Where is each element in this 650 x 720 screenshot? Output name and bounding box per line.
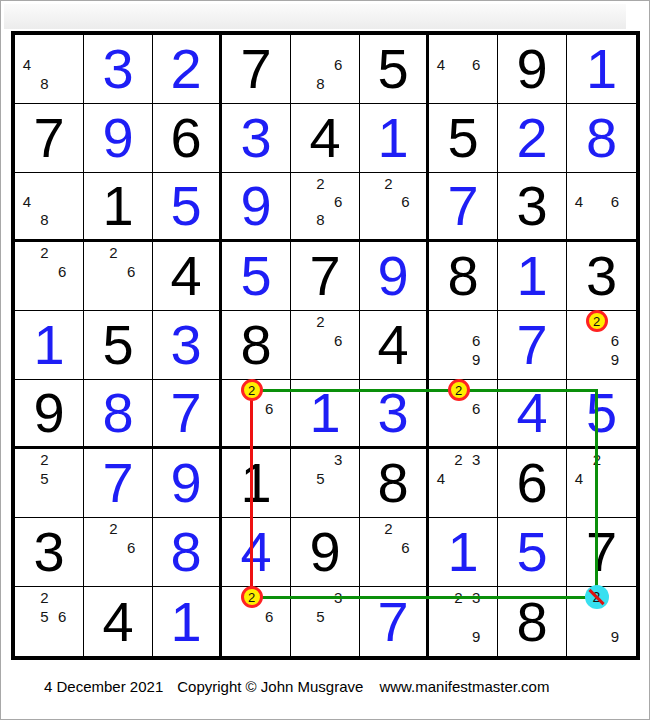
candidate-digit-6: 6 xyxy=(329,55,347,74)
candidates-r7c9: 24 xyxy=(567,449,636,517)
solved-digit: 5 xyxy=(498,518,566,586)
cell-r2c2[interactable]: 9 xyxy=(84,104,153,173)
chain-node-digit: 2 xyxy=(455,384,462,397)
cell-r4c5[interactable]: 7 xyxy=(291,242,360,311)
cell-r7c2[interactable]: 7 xyxy=(84,449,153,518)
puzzle-page: 4832768546917963415284815926826734626264… xyxy=(0,0,650,720)
cell-r5c4[interactable]: 8 xyxy=(222,311,291,380)
solved-digit: 8 xyxy=(153,518,219,586)
solved-digit: 1 xyxy=(15,311,83,379)
cell-r4c8[interactable]: 1 xyxy=(498,242,567,311)
given-digit: 1 xyxy=(84,173,152,239)
cell-r5c2[interactable]: 5 xyxy=(84,311,153,380)
chain-elimination-circle-r9c9: 2 xyxy=(585,585,609,609)
candidate-digit-6: 6 xyxy=(397,192,414,210)
candidate-digit-2: 2 xyxy=(380,519,397,538)
candidate-digit-6: 6 xyxy=(260,399,278,417)
cell-r8c9[interactable]: 7 xyxy=(567,518,636,587)
candidate-digit-4: 4 xyxy=(570,469,588,488)
candidates-r7c1: 25 xyxy=(15,449,83,517)
cell-r3c6[interactable]: 26 xyxy=(360,173,429,242)
footer: 4 December 2021 Copyright © John Musgrav… xyxy=(44,678,549,695)
candidate-digit-6: 6 xyxy=(122,538,140,557)
candidate-digit-4: 4 xyxy=(432,55,450,74)
given-digit: 3 xyxy=(15,518,83,586)
candidates-r7c7: 234 xyxy=(429,449,497,517)
given-digit: 4 xyxy=(291,104,359,172)
solved-digit: 5 xyxy=(153,173,219,239)
cell-r3c7[interactable]: 7 xyxy=(429,173,498,242)
cell-r7c1[interactable]: 25 xyxy=(15,449,84,518)
cell-r4c1[interactable]: 26 xyxy=(15,242,84,311)
cell-r8c6[interactable]: 26 xyxy=(360,518,429,587)
cell-r2c1[interactable]: 7 xyxy=(15,104,84,173)
candidate-digit-3: 3 xyxy=(329,450,347,469)
candidate-digit-8: 8 xyxy=(312,74,330,93)
cell-r7c5[interactable]: 35 xyxy=(291,449,360,518)
cell-r5c5[interactable]: 26 xyxy=(291,311,360,380)
given-digit: 7 xyxy=(291,242,359,310)
given-digit: 1 xyxy=(222,449,290,517)
candidate-digit-6: 6 xyxy=(122,262,140,281)
candidate-digit-2: 2 xyxy=(36,588,54,607)
given-digit: 9 xyxy=(498,35,566,103)
solved-digit: 9 xyxy=(360,242,426,310)
cell-r3c2[interactable]: 1 xyxy=(84,173,153,242)
candidate-digit-4: 4 xyxy=(18,192,36,210)
candidates-r3c5: 268 xyxy=(291,173,359,239)
footer-website: www.manifestmaster.com xyxy=(379,678,549,695)
candidates-r4c2: 26 xyxy=(84,242,152,310)
solved-digit: 7 xyxy=(84,449,152,517)
candidates-r4c1: 26 xyxy=(15,242,83,310)
candidate-digit-4: 4 xyxy=(432,469,450,488)
cell-r8c1[interactable]: 3 xyxy=(15,518,84,587)
cell-r5c3[interactable]: 3 xyxy=(153,311,222,380)
solved-digit: 1 xyxy=(498,242,566,310)
cell-r9c3[interactable]: 1 xyxy=(153,587,222,656)
sudoku-board: 4832768546917963415284815926826734626264… xyxy=(11,31,640,660)
solved-digit: 7 xyxy=(498,311,566,379)
candidates-r8c6: 26 xyxy=(360,518,426,586)
candidate-digit-2: 2 xyxy=(105,519,123,538)
cell-r5c1[interactable]: 1 xyxy=(15,311,84,380)
candidate-digit-2: 2 xyxy=(36,243,54,262)
given-digit: 9 xyxy=(291,518,359,586)
candidates-r5c5: 26 xyxy=(291,311,359,379)
chain-line-green xyxy=(595,389,598,599)
solved-digit: 8 xyxy=(84,380,152,446)
candidate-digit-6: 6 xyxy=(467,55,485,74)
candidate-digit-2: 2 xyxy=(380,174,397,192)
cell-r3c9[interactable]: 46 xyxy=(567,173,636,242)
solved-digit: 1 xyxy=(567,35,636,103)
cell-r9c2[interactable]: 4 xyxy=(84,587,153,656)
given-digit: 8 xyxy=(360,449,426,517)
given-digit: 6 xyxy=(153,104,219,172)
footer-date: 4 December 2021 xyxy=(44,678,163,695)
candidates-r1c7: 46 xyxy=(429,35,497,103)
cell-r2c8[interactable]: 2 xyxy=(498,104,567,173)
candidate-digit-4: 4 xyxy=(18,55,36,74)
cell-r3c8[interactable]: 3 xyxy=(498,173,567,242)
given-digit: 7 xyxy=(15,104,83,172)
given-digit: 5 xyxy=(360,35,426,103)
cell-r1c4[interactable]: 7 xyxy=(222,35,291,104)
candidate-digit-5: 5 xyxy=(312,469,330,488)
cell-r2c6[interactable]: 1 xyxy=(360,104,429,173)
cell-r7c3[interactable]: 9 xyxy=(153,449,222,518)
solved-digit: 1 xyxy=(429,518,497,586)
cell-r1c7[interactable]: 46 xyxy=(429,35,498,104)
candidate-digit-5: 5 xyxy=(312,607,330,626)
solved-digit: 1 xyxy=(153,587,219,656)
cell-r3c1[interactable]: 48 xyxy=(15,173,84,242)
cell-r6c3[interactable]: 7 xyxy=(153,380,222,449)
cell-r2c7[interactable]: 5 xyxy=(429,104,498,173)
cell-r8c3[interactable]: 8 xyxy=(153,518,222,587)
candidate-digit-9: 9 xyxy=(467,350,485,369)
cell-r7c4[interactable]: 1 xyxy=(222,449,291,518)
chain-line-green xyxy=(250,596,598,599)
chain-node-circle-r6c4: 2 xyxy=(241,379,263,401)
candidates-r3c1: 48 xyxy=(15,173,83,239)
candidates-r1c1: 48 xyxy=(15,35,83,103)
cell-r8c4[interactable]: 4 xyxy=(222,518,291,587)
given-digit: 4 xyxy=(84,587,152,656)
candidates-r5c7: 69 xyxy=(429,311,497,379)
candidate-digit-2: 2 xyxy=(36,450,54,469)
cell-r1c9[interactable]: 1 xyxy=(567,35,636,104)
candidate-digit-9: 9 xyxy=(467,627,485,646)
chain-node-digit: 2 xyxy=(593,315,600,328)
cell-r1c1[interactable]: 48 xyxy=(15,35,84,104)
cell-r8c2[interactable]: 26 xyxy=(84,518,153,587)
candidates-r3c6: 26 xyxy=(360,173,426,239)
chain-node-digit: 2 xyxy=(248,384,255,397)
given-digit: 5 xyxy=(84,311,152,379)
cell-r2c3[interactable]: 6 xyxy=(153,104,222,173)
cell-r2c9[interactable]: 8 xyxy=(567,104,636,173)
given-digit: 8 xyxy=(222,311,290,379)
candidate-digit-6: 6 xyxy=(260,607,278,626)
solved-digit: 9 xyxy=(84,104,152,172)
candidates-r8c2: 26 xyxy=(84,518,152,586)
solved-digit: 3 xyxy=(84,35,152,103)
cell-r4c9[interactable]: 3 xyxy=(567,242,636,311)
solved-digit: 2 xyxy=(498,104,566,172)
given-digit: 5 xyxy=(429,104,497,172)
candidate-digit-5: 5 xyxy=(36,607,54,626)
solved-digit: 2 xyxy=(153,35,219,103)
chain-node-circle-r5c9: 2 xyxy=(586,310,608,332)
solved-digit: 9 xyxy=(153,449,219,517)
cell-r2c4[interactable]: 3 xyxy=(222,104,291,173)
solved-digit: 1 xyxy=(360,104,426,172)
given-digit: 8 xyxy=(429,242,497,310)
cell-r4c2[interactable]: 26 xyxy=(84,242,153,311)
cell-r1c6[interactable]: 5 xyxy=(360,35,429,104)
cell-r9c1[interactable]: 256 xyxy=(15,587,84,656)
candidate-digit-8: 8 xyxy=(312,211,330,229)
solved-digit: 4 xyxy=(222,518,290,586)
candidates-r3c9: 46 xyxy=(567,173,636,239)
cell-r4c3[interactable]: 4 xyxy=(153,242,222,311)
candidate-digit-3: 3 xyxy=(467,450,485,469)
given-digit: 7 xyxy=(567,518,636,586)
candidate-digit-6: 6 xyxy=(467,331,485,350)
cell-r4c4[interactable]: 5 xyxy=(222,242,291,311)
solved-digit: 3 xyxy=(222,104,290,172)
given-digit: 4 xyxy=(360,311,426,379)
cell-r1c2[interactable]: 3 xyxy=(84,35,153,104)
chain-node-circle-r9c4: 2 xyxy=(241,586,263,608)
solved-digit: 9 xyxy=(222,173,290,239)
cell-r7c9[interactable]: 24 xyxy=(567,449,636,518)
cell-r1c5[interactable]: 68 xyxy=(291,35,360,104)
candidate-digit-2: 2 xyxy=(450,450,468,469)
candidate-digit-2: 2 xyxy=(312,174,330,192)
cell-r7c7[interactable]: 234 xyxy=(429,449,498,518)
candidate-digit-8: 8 xyxy=(36,211,54,229)
candidate-digit-6: 6 xyxy=(53,607,71,626)
candidate-digit-6: 6 xyxy=(329,192,347,210)
candidate-digit-9: 9 xyxy=(606,350,624,369)
candidate-digit-6: 6 xyxy=(606,331,624,350)
candidate-digit-9: 9 xyxy=(606,627,624,646)
candidate-digit-8: 8 xyxy=(36,74,54,93)
cell-r4c6[interactable]: 9 xyxy=(360,242,429,311)
given-digit: 9 xyxy=(15,380,83,446)
candidate-digit-4: 4 xyxy=(570,192,588,210)
given-digit: 7 xyxy=(222,35,290,103)
cell-r5c6[interactable]: 4 xyxy=(360,311,429,380)
solved-digit: 7 xyxy=(153,380,219,446)
candidate-digit-2: 2 xyxy=(312,312,330,331)
footer-copyright: Copyright © John Musgrave xyxy=(177,678,363,695)
candidate-digit-6: 6 xyxy=(606,192,624,210)
solved-digit: 5 xyxy=(222,242,290,310)
candidate-digit-5: 5 xyxy=(36,469,54,488)
chain-node-circle-r6c7: 2 xyxy=(448,379,470,401)
candidate-digit-6: 6 xyxy=(467,399,485,417)
cell-r1c8[interactable]: 9 xyxy=(498,35,567,104)
cell-r6c2[interactable]: 8 xyxy=(84,380,153,449)
cell-r8c8[interactable]: 5 xyxy=(498,518,567,587)
given-digit: 6 xyxy=(498,449,566,517)
cell-r5c7[interactable]: 69 xyxy=(429,311,498,380)
chain-line-green xyxy=(250,389,598,392)
given-digit: 4 xyxy=(153,242,219,310)
cell-r5c8[interactable]: 7 xyxy=(498,311,567,380)
cell-r3c4[interactable]: 9 xyxy=(222,173,291,242)
candidates-r1c5: 68 xyxy=(291,35,359,103)
solved-digit: 8 xyxy=(567,104,636,172)
solved-digit: 3 xyxy=(153,311,219,379)
candidate-digit-6: 6 xyxy=(329,331,347,350)
solved-digit: 7 xyxy=(429,173,497,239)
cell-r2c5[interactable]: 4 xyxy=(291,104,360,173)
cell-r8c7[interactable]: 1 xyxy=(429,518,498,587)
cell-r7c8[interactable]: 6 xyxy=(498,449,567,518)
candidate-digit-2: 2 xyxy=(105,243,123,262)
given-digit: 3 xyxy=(498,173,566,239)
cell-r8c5[interactable]: 9 xyxy=(291,518,360,587)
candidates-r9c1: 256 xyxy=(15,587,83,656)
candidate-digit-6: 6 xyxy=(53,262,71,281)
chain-node-digit: 2 xyxy=(248,591,255,604)
cell-r1c3[interactable]: 2 xyxy=(153,35,222,104)
candidate-digit-6: 6 xyxy=(397,538,414,557)
cell-r3c5[interactable]: 268 xyxy=(291,173,360,242)
given-digit: 3 xyxy=(567,242,636,310)
candidates-r7c5: 35 xyxy=(291,449,359,517)
top-gray-bar xyxy=(4,4,626,29)
cell-r6c1[interactable]: 9 xyxy=(15,380,84,449)
cell-r7c6[interactable]: 8 xyxy=(360,449,429,518)
chain-line-red xyxy=(250,389,253,599)
cell-r3c3[interactable]: 5 xyxy=(153,173,222,242)
cell-r4c7[interactable]: 8 xyxy=(429,242,498,311)
